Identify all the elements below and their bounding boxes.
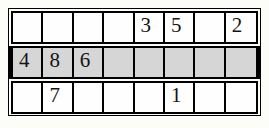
cell-r2c5[interactable] <box>135 48 165 77</box>
cell-r2c7[interactable] <box>195 48 225 77</box>
puzzle-grid: 3 5 2 4 8 6 7 1 <box>8 8 261 116</box>
cell-r3c2[interactable]: 7 <box>43 83 73 112</box>
cell-r3c1[interactable] <box>13 83 43 112</box>
cell-r3c6[interactable]: 1 <box>165 83 195 112</box>
cell-r1c2[interactable] <box>43 13 73 42</box>
cell-r2c8[interactable] <box>226 48 256 77</box>
grid-row-3: 7 1 <box>11 81 258 114</box>
cell-r1c3[interactable] <box>74 13 104 42</box>
cell-r2c2[interactable]: 8 <box>43 48 73 77</box>
cell-r2c3[interactable]: 6 <box>74 48 104 77</box>
cell-r2c4[interactable] <box>104 48 134 77</box>
cell-r1c6[interactable]: 5 <box>165 13 195 42</box>
cell-r1c1[interactable] <box>13 13 43 42</box>
cell-r1c5[interactable]: 3 <box>135 13 165 42</box>
cell-r3c5[interactable] <box>135 83 165 112</box>
grid-row-1: 3 5 2 <box>11 11 258 44</box>
cell-r1c8[interactable]: 2 <box>226 13 256 42</box>
cell-r1c7[interactable] <box>195 13 225 42</box>
cell-r1c4[interactable] <box>104 13 134 42</box>
cell-r2c6[interactable] <box>165 48 195 77</box>
grid-row-2-shaded: 4 8 6 <box>9 46 260 79</box>
cell-r3c8[interactable] <box>226 83 256 112</box>
cell-r2c1[interactable]: 4 <box>13 48 43 77</box>
cell-r3c3[interactable] <box>74 83 104 112</box>
cell-r3c7[interactable] <box>195 83 225 112</box>
cell-r3c4[interactable] <box>104 83 134 112</box>
